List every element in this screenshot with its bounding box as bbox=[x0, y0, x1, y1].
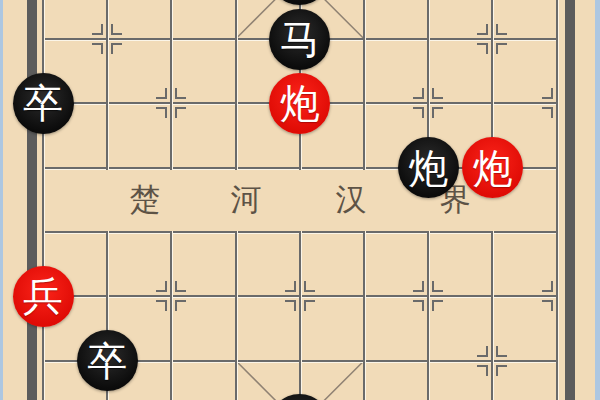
piece-glyph: 卒 bbox=[87, 341, 127, 381]
point-marker bbox=[413, 281, 424, 292]
point-marker bbox=[285, 281, 296, 292]
piece-glyph: 炮 bbox=[472, 148, 512, 188]
point-marker bbox=[542, 300, 553, 311]
point-marker bbox=[413, 88, 424, 99]
grid-line bbox=[235, 0, 238, 170]
point-marker bbox=[175, 281, 186, 292]
river-label-chu: 楚 bbox=[130, 179, 161, 221]
point-marker bbox=[92, 43, 103, 54]
piece-red-soldier[interactable]: 兵 bbox=[13, 266, 74, 327]
point-marker bbox=[432, 300, 443, 311]
piece-red-cannon[interactable]: 炮 bbox=[462, 137, 523, 198]
point-marker bbox=[111, 43, 122, 54]
point-marker bbox=[477, 346, 488, 357]
xiangqi-board[interactable]: 楚 河 汉 界 马炮卒炮炮兵卒 bbox=[0, 0, 600, 400]
grid-line bbox=[363, 231, 366, 400]
piece-red-cannon[interactable]: 炮 bbox=[269, 73, 330, 134]
point-marker bbox=[175, 300, 186, 311]
point-marker bbox=[304, 300, 315, 311]
piece-glyph: 兵 bbox=[23, 276, 63, 316]
point-marker bbox=[175, 88, 186, 99]
grid-line bbox=[170, 231, 173, 400]
point-marker bbox=[156, 281, 167, 292]
grid-line bbox=[106, 0, 109, 170]
grid-line bbox=[427, 231, 430, 400]
point-marker bbox=[156, 88, 167, 99]
piece-black-soldier[interactable]: 卒 bbox=[77, 330, 138, 391]
point-marker bbox=[156, 300, 167, 311]
piece-glyph: 炮 bbox=[408, 148, 448, 188]
point-marker bbox=[175, 107, 186, 118]
point-marker bbox=[496, 24, 507, 35]
point-marker bbox=[496, 346, 507, 357]
grid-line bbox=[170, 0, 173, 170]
grid-line bbox=[491, 231, 494, 400]
point-marker bbox=[542, 281, 553, 292]
point-marker bbox=[304, 281, 315, 292]
piece-black-cannon[interactable]: 炮 bbox=[398, 137, 459, 198]
point-marker bbox=[432, 88, 443, 99]
grid-line bbox=[235, 231, 238, 400]
river-label-han: 汉 bbox=[336, 179, 367, 221]
point-marker bbox=[477, 365, 488, 376]
piece-black-soldier[interactable]: 卒 bbox=[13, 73, 74, 134]
piece-black-horse[interactable]: 马 bbox=[269, 9, 330, 70]
piece-glyph: 马 bbox=[280, 19, 320, 59]
point-marker bbox=[156, 107, 167, 118]
piece-glyph: 炮 bbox=[280, 83, 320, 123]
point-marker bbox=[542, 107, 553, 118]
point-marker bbox=[477, 43, 488, 54]
grid-line bbox=[363, 0, 366, 170]
point-marker bbox=[111, 24, 122, 35]
point-marker bbox=[477, 24, 488, 35]
point-marker bbox=[92, 24, 103, 35]
point-marker bbox=[432, 281, 443, 292]
grid-line bbox=[556, 0, 559, 400]
point-marker bbox=[413, 107, 424, 118]
piece-glyph: 卒 bbox=[23, 83, 63, 123]
river-label-he: 河 bbox=[231, 179, 262, 221]
grid-line bbox=[42, 0, 45, 400]
point-marker bbox=[285, 300, 296, 311]
point-marker bbox=[432, 107, 443, 118]
point-marker bbox=[496, 365, 507, 376]
point-marker bbox=[542, 88, 553, 99]
grid-line bbox=[299, 231, 302, 400]
point-marker bbox=[496, 43, 507, 54]
point-marker bbox=[413, 300, 424, 311]
